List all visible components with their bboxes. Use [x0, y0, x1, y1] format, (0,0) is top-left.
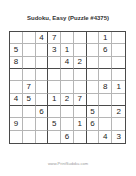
- cell-r9c1[interactable]: [10, 131, 23, 143]
- cell-r2c3[interactable]: [36, 44, 49, 56]
- cell-r9c7[interactable]: [87, 131, 100, 143]
- cell-r6c1[interactable]: 4: [10, 94, 23, 106]
- cell-r6c6[interactable]: 7: [74, 94, 87, 106]
- cell-r6c9[interactable]: [112, 94, 125, 106]
- cell-r6c8[interactable]: [99, 94, 112, 106]
- cell-r8c4[interactable]: 5: [48, 118, 61, 130]
- cell-r3c7[interactable]: [87, 57, 100, 69]
- cell-r3c5[interactable]: 4: [61, 57, 74, 69]
- cell-r7c8[interactable]: [99, 106, 112, 118]
- cell-r7c5[interactable]: [61, 106, 74, 118]
- cell-r1c5[interactable]: [61, 32, 74, 44]
- cell-r2c1[interactable]: 5: [10, 44, 23, 56]
- cell-r1c3[interactable]: 4: [36, 32, 49, 44]
- cell-r9c4[interactable]: [48, 131, 61, 143]
- cell-r4c4[interactable]: [48, 69, 61, 81]
- cell-r8c1[interactable]: 9: [10, 118, 23, 130]
- cell-r9c5[interactable]: 6: [61, 131, 74, 143]
- cell-r1c9[interactable]: [112, 32, 125, 44]
- cell-r7c2[interactable]: [23, 106, 36, 118]
- cell-r8c3[interactable]: [36, 118, 49, 130]
- cell-r4c2[interactable]: [23, 69, 36, 81]
- cell-r3c8[interactable]: [99, 57, 112, 69]
- cell-r3c1[interactable]: 8: [10, 57, 23, 69]
- cell-r8c9[interactable]: [112, 118, 125, 130]
- puzzle-title: Sudoku, Easy (Puzzle #4375): [0, 15, 136, 21]
- cell-r8c8[interactable]: [99, 118, 112, 130]
- sudoku-board: 4715316842781451276529516643: [9, 31, 126, 144]
- cell-r5c1[interactable]: [10, 81, 23, 93]
- cell-r9c3[interactable]: [36, 131, 49, 143]
- footer-url: www.PrintSudoku.com: [0, 161, 136, 166]
- cell-r8c5[interactable]: [61, 118, 74, 130]
- sudoku-page: Sudoku, Easy (Puzzle #4375) 471531684278…: [0, 0, 136, 176]
- cell-r4c8[interactable]: [99, 69, 112, 81]
- cell-r1c7[interactable]: [87, 32, 100, 44]
- cell-r9c6[interactable]: [74, 131, 87, 143]
- cell-r5c3[interactable]: [36, 81, 49, 93]
- cell-r7c3[interactable]: 6: [36, 106, 49, 118]
- cell-r2c7[interactable]: [87, 44, 100, 56]
- cell-r3c6[interactable]: 2: [74, 57, 87, 69]
- cell-r5c7[interactable]: [87, 81, 100, 93]
- cell-r4c6[interactable]: [74, 69, 87, 81]
- cell-r8c7[interactable]: 6: [87, 118, 100, 130]
- cell-r1c8[interactable]: 1: [99, 32, 112, 44]
- cell-r7c7[interactable]: 5: [87, 106, 100, 118]
- cell-r1c1[interactable]: [10, 32, 23, 44]
- cell-r2c8[interactable]: 6: [99, 44, 112, 56]
- cell-r2c4[interactable]: 3: [48, 44, 61, 56]
- cell-r5c6[interactable]: [74, 81, 87, 93]
- cell-r5c2[interactable]: 7: [23, 81, 36, 93]
- cell-r6c3[interactable]: [36, 94, 49, 106]
- cell-r7c4[interactable]: [48, 106, 61, 118]
- cell-r8c6[interactable]: 1: [74, 118, 87, 130]
- cell-r4c3[interactable]: [36, 69, 49, 81]
- cell-r4c5[interactable]: [61, 69, 74, 81]
- cell-r4c1[interactable]: [10, 69, 23, 81]
- cell-r6c4[interactable]: 1: [48, 94, 61, 106]
- cell-r1c2[interactable]: [23, 32, 36, 44]
- cell-r5c8[interactable]: 8: [99, 81, 112, 93]
- cell-r6c2[interactable]: 5: [23, 94, 36, 106]
- cell-r4c9[interactable]: [112, 69, 125, 81]
- cell-r3c3[interactable]: [36, 57, 49, 69]
- cell-r2c9[interactable]: [112, 44, 125, 56]
- cell-r9c2[interactable]: [23, 131, 36, 143]
- cell-r5c9[interactable]: 1: [112, 81, 125, 93]
- cell-r7c1[interactable]: [10, 106, 23, 118]
- cell-r9c8[interactable]: 4: [99, 131, 112, 143]
- cell-r4c7[interactable]: [87, 69, 100, 81]
- cell-r2c2[interactable]: [23, 44, 36, 56]
- cell-r7c6[interactable]: [74, 106, 87, 118]
- cell-r9c9[interactable]: 3: [112, 131, 125, 143]
- cell-r5c4[interactable]: [48, 81, 61, 93]
- cell-r2c6[interactable]: [74, 44, 87, 56]
- cell-r8c2[interactable]: [23, 118, 36, 130]
- cell-r5c5[interactable]: [61, 81, 74, 93]
- cell-r3c2[interactable]: [23, 57, 36, 69]
- cell-r2c5[interactable]: 1: [61, 44, 74, 56]
- cell-r3c9[interactable]: [112, 57, 125, 69]
- cell-r3c4[interactable]: [48, 57, 61, 69]
- cell-r6c7[interactable]: [87, 94, 100, 106]
- cell-r1c4[interactable]: 7: [48, 32, 61, 44]
- cell-r1c6[interactable]: [74, 32, 87, 44]
- cell-r6c5[interactable]: 2: [61, 94, 74, 106]
- cell-r7c9[interactable]: 2: [112, 106, 125, 118]
